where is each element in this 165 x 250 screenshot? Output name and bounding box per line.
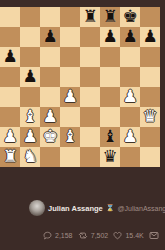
square-a8 xyxy=(0,7,20,27)
square-d7 xyxy=(60,27,80,47)
square-f3 xyxy=(100,107,120,127)
square-b8 xyxy=(20,7,40,27)
like-count: 15.4K xyxy=(125,232,143,239)
square-d3 xyxy=(60,107,80,127)
white-knight-b1: ♞ xyxy=(22,147,37,166)
repost-count: 7,502 xyxy=(91,232,109,239)
square-c4 xyxy=(40,87,60,107)
square-g3 xyxy=(120,107,140,127)
like-button[interactable]: 15.4K xyxy=(113,231,143,240)
square-c6 xyxy=(40,47,60,67)
square-a2: ♟ xyxy=(0,127,20,147)
square-e7 xyxy=(80,27,100,47)
square-h4 xyxy=(140,87,160,107)
square-b1: ♞ xyxy=(20,147,40,167)
chess-board[interactable]: ♜♜♚♟♟♟♟♟♟♟♟♝♟♛♟♟♚♝♝♟♜♞♛ xyxy=(0,7,160,167)
square-g8: ♚ xyxy=(120,7,140,27)
square-d8 xyxy=(60,7,80,27)
square-g5 xyxy=(120,67,140,87)
square-a5 xyxy=(0,67,20,87)
share-button[interactable] xyxy=(149,231,159,240)
heart-icon xyxy=(113,231,122,240)
square-c3: ♟ xyxy=(40,107,60,127)
white-pawn-b2: ♟ xyxy=(22,127,37,146)
square-b7 xyxy=(20,27,40,47)
square-e3 xyxy=(80,107,100,127)
white-queen-h3: ♛ xyxy=(142,107,157,126)
square-e5 xyxy=(80,67,100,87)
square-d2: ♝ xyxy=(60,127,80,147)
square-b6 xyxy=(20,47,40,67)
reply-icon xyxy=(43,231,52,240)
tweet-card: ♜♜♚♟♟♟♟♟♟♟♟♝♟♛♟♟♚♝♝♟♜♞♛ Julian Assange ⌛… xyxy=(0,0,165,250)
square-f5 xyxy=(100,67,120,87)
square-f2: ♝ xyxy=(100,127,120,147)
square-c7: ♟ xyxy=(40,27,60,47)
reply-count: 2,158 xyxy=(55,232,73,239)
black-pawn-f7: ♟ xyxy=(102,27,117,46)
tweet-actions: 2,158 7,502 15.4K xyxy=(43,228,159,242)
square-b3: ♝ xyxy=(20,107,40,127)
white-king-c2: ♚ xyxy=(42,127,57,146)
black-queen-f1: ♛ xyxy=(102,147,117,166)
black-king-g8: ♚ xyxy=(122,7,137,26)
retweet-icon xyxy=(78,231,88,240)
square-b5: ♟ xyxy=(20,67,40,87)
author-handle-meta[interactable]: @JulianAssange · 1d xyxy=(117,205,165,212)
black-rook-e8: ♜ xyxy=(82,7,97,26)
square-c2: ♚ xyxy=(40,127,60,147)
square-a6: ♟ xyxy=(0,47,20,67)
square-h7: ♟ xyxy=(140,27,160,47)
author-handle[interactable]: @JulianAssange xyxy=(117,205,165,212)
square-e4 xyxy=(80,87,100,107)
square-c8 xyxy=(40,7,60,27)
author-name[interactable]: Julian Assange xyxy=(48,204,103,213)
black-rook-f8: ♜ xyxy=(102,7,117,26)
square-c1 xyxy=(40,147,60,167)
hourglass-icon: ⌛ xyxy=(106,204,115,212)
repost-button[interactable]: 7,502 xyxy=(78,231,109,240)
square-h2 xyxy=(140,127,160,147)
square-e1 xyxy=(80,147,100,167)
square-g7: ♟ xyxy=(120,27,140,47)
square-d4: ♟ xyxy=(60,87,80,107)
white-pawn-d4: ♟ xyxy=(62,87,77,106)
white-pawn-c3: ♟ xyxy=(42,107,57,126)
envelope-icon xyxy=(149,231,159,240)
square-a3 xyxy=(0,107,20,127)
square-g1 xyxy=(120,147,140,167)
square-h5 xyxy=(140,67,160,87)
square-f8: ♜ xyxy=(100,7,120,27)
square-e6 xyxy=(80,47,100,67)
square-g6 xyxy=(120,47,140,67)
square-f4 xyxy=(100,87,120,107)
square-d5 xyxy=(60,67,80,87)
tweet-byline: Julian Assange ⌛ @JulianAssange · 1d xyxy=(29,199,160,217)
white-pawn-g2: ♟ xyxy=(122,127,137,146)
square-e2 xyxy=(80,127,100,147)
white-pawn-g4: ♟ xyxy=(122,87,137,106)
square-a4 xyxy=(0,87,20,107)
white-bishop-b3: ♝ xyxy=(22,107,37,126)
square-b4 xyxy=(20,87,40,107)
black-pawn-b5: ♟ xyxy=(22,67,37,86)
square-f1: ♛ xyxy=(100,147,120,167)
reply-button[interactable]: 2,158 xyxy=(43,231,73,240)
black-bishop-f2: ♝ xyxy=(102,127,117,146)
square-h6 xyxy=(140,47,160,67)
square-f7: ♟ xyxy=(100,27,120,47)
square-d1 xyxy=(60,147,80,167)
white-rook-a1: ♜ xyxy=(2,147,17,166)
square-a1: ♜ xyxy=(0,147,20,167)
square-e8: ♜ xyxy=(80,7,100,27)
square-g4: ♟ xyxy=(120,87,140,107)
square-h1 xyxy=(140,147,160,167)
white-pawn-a2: ♟ xyxy=(2,127,17,146)
square-a7 xyxy=(0,27,20,47)
square-h8 xyxy=(140,7,160,27)
square-d6 xyxy=(60,47,80,67)
square-f6 xyxy=(100,47,120,67)
black-pawn-c7: ♟ xyxy=(42,27,57,46)
white-bishop-d2: ♝ xyxy=(62,127,77,146)
black-pawn-g7: ♟ xyxy=(122,27,137,46)
black-pawn-h7: ♟ xyxy=(142,27,157,46)
square-c5 xyxy=(40,67,60,87)
square-g2: ♟ xyxy=(120,127,140,147)
square-h3: ♛ xyxy=(140,107,160,127)
avatar[interactable] xyxy=(29,200,45,216)
black-pawn-a6: ♟ xyxy=(2,47,17,66)
square-b2: ♟ xyxy=(20,127,40,147)
